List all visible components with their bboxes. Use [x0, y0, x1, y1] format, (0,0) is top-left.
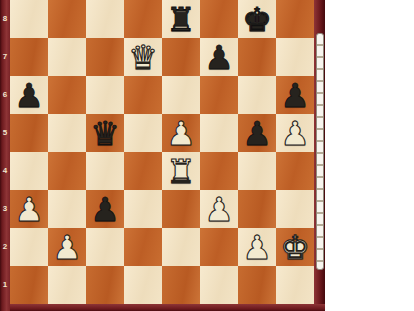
- square-h2[interactable]: ♚: [276, 228, 314, 266]
- white-pawn-a3[interactable]: ♟: [10, 190, 48, 228]
- square-f6[interactable]: [200, 76, 238, 114]
- black-rook-e8[interactable]: ♜: [162, 0, 200, 38]
- file-label-d: d: [124, 304, 162, 311]
- file-label-f: f: [200, 304, 238, 311]
- square-e6[interactable]: [162, 76, 200, 114]
- file-label-b: b: [48, 304, 86, 311]
- board-frame-bottom: abcdefgh: [10, 304, 325, 311]
- black-king-g8[interactable]: ♚: [238, 0, 276, 38]
- square-c3[interactable]: ♟: [86, 190, 124, 228]
- square-f2[interactable]: [200, 228, 238, 266]
- file-label-e: e: [162, 304, 200, 311]
- square-a8[interactable]: [10, 0, 48, 38]
- square-e8[interactable]: ♜: [162, 0, 200, 38]
- white-pawn-g2[interactable]: ♟: [238, 228, 276, 266]
- square-d3[interactable]: [124, 190, 162, 228]
- square-c4[interactable]: [86, 152, 124, 190]
- square-c2[interactable]: [86, 228, 124, 266]
- square-h7[interactable]: [276, 38, 314, 76]
- square-c5[interactable]: ♛: [86, 114, 124, 152]
- square-e5[interactable]: ♟: [162, 114, 200, 152]
- square-d5[interactable]: [124, 114, 162, 152]
- rank-label-7: 7: [0, 38, 10, 76]
- square-h1[interactable]: [276, 266, 314, 304]
- square-e4[interactable]: ♜: [162, 152, 200, 190]
- square-b8[interactable]: [48, 0, 86, 38]
- square-f5[interactable]: [200, 114, 238, 152]
- square-g7[interactable]: [238, 38, 276, 76]
- white-pawn-b2[interactable]: ♟: [48, 228, 86, 266]
- square-f3[interactable]: ♟: [200, 190, 238, 228]
- black-pawn-h6[interactable]: ♟: [276, 76, 314, 114]
- square-a2[interactable]: [10, 228, 48, 266]
- white-king-h2[interactable]: ♚: [276, 228, 314, 266]
- square-c6[interactable]: [86, 76, 124, 114]
- rank-label-3: 3: [0, 190, 10, 228]
- file-label-g: g: [238, 304, 276, 311]
- square-a4[interactable]: [10, 152, 48, 190]
- file-label-h: h: [276, 304, 314, 311]
- square-g2[interactable]: ♟: [238, 228, 276, 266]
- square-h4[interactable]: [276, 152, 314, 190]
- square-g8[interactable]: ♚: [238, 0, 276, 38]
- square-h6[interactable]: ♟: [276, 76, 314, 114]
- black-pawn-f7[interactable]: ♟: [200, 38, 238, 76]
- square-e3[interactable]: [162, 190, 200, 228]
- rank-label-5: 5: [0, 114, 10, 152]
- black-queen-c5[interactable]: ♛: [86, 114, 124, 152]
- square-f7[interactable]: ♟: [200, 38, 238, 76]
- square-g6[interactable]: [238, 76, 276, 114]
- rank-label-1: 1: [0, 266, 10, 304]
- square-d8[interactable]: [124, 0, 162, 38]
- square-g1[interactable]: [238, 266, 276, 304]
- square-b3[interactable]: [48, 190, 86, 228]
- page: ♜♚♛♟♟♟♛♟♟♟♜♟♟♟♟♟♚ 87654321 abcdefgh: [0, 0, 414, 311]
- square-h8[interactable]: [276, 0, 314, 38]
- square-g3[interactable]: [238, 190, 276, 228]
- square-c1[interactable]: [86, 266, 124, 304]
- black-pawn-a6[interactable]: ♟: [10, 76, 48, 114]
- chess-board: ♜♚♛♟♟♟♛♟♟♟♜♟♟♟♟♟♚ 87654321 abcdefgh: [0, 0, 325, 311]
- square-d2[interactable]: [124, 228, 162, 266]
- square-b6[interactable]: [48, 76, 86, 114]
- square-d1[interactable]: [124, 266, 162, 304]
- rank-label-4: 4: [0, 152, 10, 190]
- file-label-a: a: [10, 304, 48, 311]
- square-b2[interactable]: ♟: [48, 228, 86, 266]
- square-b1[interactable]: [48, 266, 86, 304]
- square-g4[interactable]: [238, 152, 276, 190]
- square-c7[interactable]: [86, 38, 124, 76]
- board-frame-left: 87654321: [0, 0, 10, 311]
- rank-label-2: 2: [0, 228, 10, 266]
- white-pawn-h5[interactable]: ♟: [276, 114, 314, 152]
- square-d6[interactable]: [124, 76, 162, 114]
- square-e7[interactable]: [162, 38, 200, 76]
- square-a6[interactable]: ♟: [10, 76, 48, 114]
- square-c8[interactable]: [86, 0, 124, 38]
- white-rook-e4[interactable]: ♜: [162, 152, 200, 190]
- square-a3[interactable]: ♟: [10, 190, 48, 228]
- scrollbar-thumb[interactable]: [316, 33, 324, 270]
- square-f8[interactable]: [200, 0, 238, 38]
- square-a7[interactable]: [10, 38, 48, 76]
- rank-labels: 87654321: [0, 0, 10, 304]
- square-e1[interactable]: [162, 266, 200, 304]
- black-pawn-c3[interactable]: ♟: [86, 190, 124, 228]
- rank-label-6: 6: [0, 76, 10, 114]
- board-squares: ♜♚♛♟♟♟♛♟♟♟♜♟♟♟♟♟♚: [10, 0, 314, 304]
- white-pawn-f3[interactable]: ♟: [200, 190, 238, 228]
- square-a5[interactable]: [10, 114, 48, 152]
- square-d7[interactable]: ♛: [124, 38, 162, 76]
- file-labels: abcdefgh: [10, 304, 314, 311]
- black-pawn-g5[interactable]: ♟: [238, 114, 276, 152]
- white-queen-d7[interactable]: ♛: [124, 38, 162, 76]
- square-h5[interactable]: ♟: [276, 114, 314, 152]
- white-pawn-e5[interactable]: ♟: [162, 114, 200, 152]
- square-f4[interactable]: [200, 152, 238, 190]
- square-b7[interactable]: [48, 38, 86, 76]
- square-g5[interactable]: ♟: [238, 114, 276, 152]
- square-e2[interactable]: [162, 228, 200, 266]
- square-h3[interactable]: [276, 190, 314, 228]
- square-d4[interactable]: [124, 152, 162, 190]
- square-f1[interactable]: [200, 266, 238, 304]
- square-b5[interactable]: [48, 114, 86, 152]
- rank-label-8: 8: [0, 0, 10, 38]
- square-b4[interactable]: [48, 152, 86, 190]
- file-label-c: c: [86, 304, 124, 311]
- square-a1[interactable]: [10, 266, 48, 304]
